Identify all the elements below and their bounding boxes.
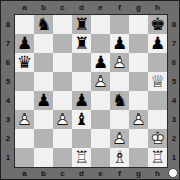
white-queen-icon: ♕: [148, 72, 167, 91]
coord-label-8: 8: [168, 15, 180, 34]
white-pawn-icon: ♙: [110, 53, 129, 72]
square-h6[interactable]: [148, 53, 167, 72]
coord-label-4: 4: [168, 91, 180, 110]
coord-label-g: g: [129, 167, 148, 179]
chessboard-frame: abcdefgh 87654321 87654321 abcdefgh ♞♜♚♟…: [0, 0, 180, 180]
square-c3[interactable]: ♟♙: [53, 110, 72, 129]
rank-labels-left: 87654321: [2, 15, 14, 167]
square-e3[interactable]: [91, 110, 110, 129]
piece-black-pawn[interactable]: ♟: [91, 53, 110, 72]
piece-white-pawn[interactable]: ♟♙: [110, 53, 129, 72]
coord-label-d: d: [72, 1, 91, 13]
square-a8[interactable]: [15, 15, 34, 34]
square-b7[interactable]: [34, 34, 53, 53]
coord-label-c: c: [53, 167, 72, 179]
piece-white-pawn[interactable]: ♟♙: [53, 110, 72, 129]
square-b4[interactable]: ♟: [34, 91, 53, 110]
square-g2[interactable]: [129, 129, 148, 148]
square-c6[interactable]: [53, 53, 72, 72]
coord-label-3: 3: [2, 110, 14, 129]
square-g6[interactable]: [129, 53, 148, 72]
coord-label-a: a: [15, 1, 34, 13]
square-d1[interactable]: ♜♖: [72, 148, 91, 167]
square-h4[interactable]: [148, 91, 167, 110]
white-to-move-indicator: [168, 168, 178, 178]
piece-black-pawn[interactable]: ♟: [34, 91, 53, 110]
chess-board[interactable]: ♞♜♚♟♜♟♟♛♟♟♙♟♙♛♕♟♟♞♟♙♟♙♝♟♙♟♙♚♔♜♖♝♗♜♖: [14, 14, 168, 168]
black-pawn-icon: ♟: [72, 91, 91, 110]
square-f2[interactable]: ♟♙: [110, 129, 129, 148]
coord-label-d: d: [72, 167, 91, 179]
coord-label-h: h: [148, 167, 167, 179]
square-g5[interactable]: [129, 72, 148, 91]
piece-white-rook[interactable]: ♜♖: [148, 148, 167, 167]
piece-black-pawn[interactable]: ♟: [110, 34, 129, 53]
square-g1[interactable]: [129, 148, 148, 167]
file-labels-bottom: abcdefgh: [15, 167, 167, 179]
square-a5[interactable]: [15, 72, 34, 91]
square-g7[interactable]: [129, 34, 148, 53]
square-a3[interactable]: ♟♙: [15, 110, 34, 129]
piece-black-pawn[interactable]: ♟: [15, 34, 34, 53]
square-c2[interactable]: [53, 129, 72, 148]
rank-labels-right: 87654321: [168, 15, 180, 167]
square-b2[interactable]: [34, 129, 53, 148]
square-h1[interactable]: ♜♖: [148, 148, 167, 167]
piece-black-king[interactable]: ♚: [148, 15, 167, 34]
piece-black-knight[interactable]: ♞: [110, 91, 129, 110]
coord-label-4: 4: [2, 91, 14, 110]
square-b5[interactable]: [34, 72, 53, 91]
square-b8[interactable]: ♞: [34, 15, 53, 34]
piece-white-pawn[interactable]: ♟♙: [110, 129, 129, 148]
square-e2[interactable]: [91, 129, 110, 148]
square-d6[interactable]: [72, 53, 91, 72]
coord-label-6: 6: [2, 53, 14, 72]
square-h2[interactable]: ♚♔: [148, 129, 167, 148]
white-bishop-icon: ♗: [110, 148, 129, 167]
piece-black-rook[interactable]: ♜: [72, 34, 91, 53]
piece-white-pawn[interactable]: ♟♙: [129, 110, 148, 129]
square-h3[interactable]: [148, 110, 167, 129]
coord-label-7: 7: [168, 34, 180, 53]
black-pawn-icon: ♟: [34, 91, 53, 110]
white-rook-icon: ♖: [72, 148, 91, 167]
white-pawn-icon: ♙: [129, 110, 148, 129]
square-e8[interactable]: [91, 15, 110, 34]
coord-label-f: f: [110, 167, 129, 179]
file-labels-top: abcdefgh: [15, 1, 167, 13]
square-h8[interactable]: ♚: [148, 15, 167, 34]
black-pawn-icon: ♟: [148, 34, 167, 53]
white-rook-icon: ♖: [148, 148, 167, 167]
coord-label-c: c: [53, 1, 72, 13]
black-rook-icon: ♜: [72, 15, 91, 34]
black-pawn-icon: ♟: [110, 34, 129, 53]
square-b1[interactable]: [34, 148, 53, 167]
square-c7[interactable]: [53, 34, 72, 53]
square-d3[interactable]: ♝: [72, 110, 91, 129]
square-g3[interactable]: ♟♙: [129, 110, 148, 129]
square-g8[interactable]: [129, 15, 148, 34]
square-d8[interactable]: ♜: [72, 15, 91, 34]
black-rook-icon: ♜: [72, 34, 91, 53]
coord-label-2: 2: [168, 129, 180, 148]
square-b6[interactable]: [34, 53, 53, 72]
square-f8[interactable]: [110, 15, 129, 34]
square-f3[interactable]: [110, 110, 129, 129]
square-a7[interactable]: ♟: [15, 34, 34, 53]
square-a1[interactable]: [15, 148, 34, 167]
coord-label-h: h: [148, 1, 167, 13]
square-h5[interactable]: ♛♕: [148, 72, 167, 91]
black-pawn-icon: ♟: [15, 34, 34, 53]
square-d7[interactable]: ♜: [72, 34, 91, 53]
square-a4[interactable]: [15, 91, 34, 110]
piece-white-pawn[interactable]: ♟♙: [91, 72, 110, 91]
square-b3[interactable]: [34, 110, 53, 129]
square-f1[interactable]: ♝♗: [110, 148, 129, 167]
piece-white-bishop[interactable]: ♝♗: [110, 148, 129, 167]
coord-label-b: b: [34, 167, 53, 179]
piece-black-rook[interactable]: ♜: [72, 15, 91, 34]
piece-white-queen[interactable]: ♛♕: [148, 72, 167, 91]
coord-label-f: f: [110, 1, 129, 13]
square-c4[interactable]: [53, 91, 72, 110]
coord-label-b: b: [34, 1, 53, 13]
square-f4[interactable]: ♞: [110, 91, 129, 110]
coord-label-e: e: [91, 167, 110, 179]
coord-label-5: 5: [168, 72, 180, 91]
square-h7[interactable]: ♟: [148, 34, 167, 53]
coord-label-1: 1: [168, 148, 180, 167]
square-e4[interactable]: [91, 91, 110, 110]
square-f7[interactable]: ♟: [110, 34, 129, 53]
coord-label-3: 3: [168, 110, 180, 129]
square-g4[interactable]: [129, 91, 148, 110]
square-a6[interactable]: ♛: [15, 53, 34, 72]
coord-label-5: 5: [2, 72, 14, 91]
square-a2[interactable]: [15, 129, 34, 148]
white-pawn-icon: ♙: [53, 110, 72, 129]
coord-label-7: 7: [2, 34, 14, 53]
square-d2[interactable]: [72, 129, 91, 148]
square-f5[interactable]: [110, 72, 129, 91]
coord-label-2: 2: [2, 129, 14, 148]
coord-label-8: 8: [2, 15, 14, 34]
coord-label-e: e: [91, 1, 110, 13]
piece-white-king[interactable]: ♚♔: [148, 129, 167, 148]
piece-black-pawn[interactable]: ♟: [148, 34, 167, 53]
piece-black-pawn[interactable]: ♟: [72, 91, 91, 110]
white-pawn-icon: ♙: [91, 72, 110, 91]
black-king-icon: ♚: [148, 15, 167, 34]
piece-black-queen[interactable]: ♛: [15, 53, 34, 72]
coord-label-a: a: [15, 167, 34, 179]
square-c5[interactable]: [53, 72, 72, 91]
black-pawn-icon: ♟: [91, 53, 110, 72]
square-d4[interactable]: ♟: [72, 91, 91, 110]
white-pawn-icon: ♙: [110, 129, 129, 148]
square-e5[interactable]: ♟♙: [91, 72, 110, 91]
white-pawn-icon: ♙: [15, 110, 34, 129]
square-e6[interactable]: ♟: [91, 53, 110, 72]
coord-label-1: 1: [2, 148, 14, 167]
black-knight-icon: ♞: [34, 15, 53, 34]
coord-label-g: g: [129, 1, 148, 13]
square-f6[interactable]: ♟♙: [110, 53, 129, 72]
coord-label-6: 6: [168, 53, 180, 72]
square-d5[interactable]: [72, 72, 91, 91]
piece-black-bishop[interactable]: ♝: [72, 110, 91, 129]
piece-white-rook[interactable]: ♜♖: [72, 148, 91, 167]
black-queen-icon: ♛: [15, 53, 34, 72]
square-e1[interactable]: [91, 148, 110, 167]
square-e7[interactable]: [91, 34, 110, 53]
black-bishop-icon: ♝: [72, 110, 91, 129]
white-king-icon: ♔: [148, 129, 167, 148]
square-c1[interactable]: [53, 148, 72, 167]
black-knight-icon: ♞: [110, 91, 129, 110]
square-c8[interactable]: [53, 15, 72, 34]
piece-black-knight[interactable]: ♞: [34, 15, 53, 34]
piece-white-pawn[interactable]: ♟♙: [15, 110, 34, 129]
